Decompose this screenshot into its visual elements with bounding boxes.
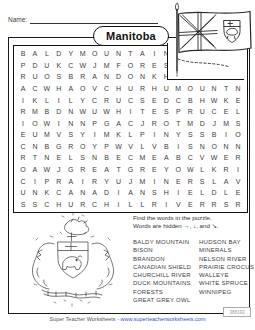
grid-cell: I (148, 48, 160, 60)
grid-cell: O (77, 141, 89, 153)
grid-cell: A (29, 48, 41, 60)
grid-cell: I (148, 129, 160, 141)
grid-cell: R (148, 198, 160, 210)
grid-cell: S (148, 187, 160, 199)
grid-cell: N (65, 117, 77, 129)
grid-cell: C (29, 83, 41, 95)
grid-cell: G (53, 141, 65, 153)
grid-cell: N (136, 187, 148, 199)
grid-cell: N (77, 117, 89, 129)
grid-cell: N (232, 83, 244, 95)
grid-cell: V (125, 141, 137, 153)
grid-cell: E (184, 198, 196, 210)
grid-cell: N (29, 141, 41, 153)
grid-cell: N (160, 129, 172, 141)
grid-cell: C (41, 198, 53, 210)
grid-cell: I (17, 117, 29, 129)
grid-cell: W (101, 106, 113, 118)
grid-cell: S (160, 106, 172, 118)
grid-cell: S (184, 129, 196, 141)
grid-cell: U (41, 60, 53, 72)
instructions-line2: Words are hidden →, ↓, and ↘. (133, 222, 247, 230)
grid-cell: O (184, 83, 196, 95)
grid-cell: N (113, 48, 125, 60)
grid-cell: E (17, 129, 29, 141)
grid-cell: U (29, 129, 41, 141)
grid-cell: R (232, 152, 244, 164)
grid-cell: O (89, 48, 101, 60)
grid-cell: K (113, 129, 125, 141)
grid-cell: I (113, 198, 125, 210)
grid-cell: K (29, 94, 41, 106)
grid-cell: S (232, 117, 244, 129)
grid-cell: N (232, 141, 244, 153)
grid-cell: I (220, 129, 232, 141)
grid-cell: L (65, 152, 77, 164)
grid-cell: R (53, 175, 65, 187)
grid-cell: T (136, 106, 148, 118)
grid-cell: P (136, 129, 148, 141)
grid-cell: A (29, 164, 41, 176)
word-list-item: DUCK MOUNTAINS (133, 279, 199, 287)
grid-cell: W (113, 141, 125, 153)
grid-cell: R (77, 71, 89, 83)
grid-cell: R (196, 198, 208, 210)
grid-cell: L (136, 198, 148, 210)
footer: Super Teacher Worksheets - www.superteac… (0, 316, 255, 322)
grid-cell: H (148, 83, 160, 95)
worksheet-page: Name: Manitoba BALDYMOUNTAINWQTEJBPDUKCW… (0, 0, 255, 330)
grid-cell: A (65, 187, 77, 199)
grid-cell: B (65, 71, 77, 83)
word-list-item: WHITE SPRUCE (199, 279, 247, 287)
word-list-item: CANADIAN SHIELD (133, 263, 199, 271)
grid-cell: A (65, 83, 77, 95)
grid-cell: L (125, 129, 137, 141)
grid-cell: R (77, 198, 89, 210)
grid-cell: V (196, 152, 208, 164)
grid-cell: R (232, 198, 244, 210)
grid-cell: C (53, 187, 65, 199)
grid-cell: H (53, 198, 65, 210)
grid-cell: O (232, 129, 244, 141)
grid-cell: W (184, 164, 196, 176)
grid-cell: W (77, 60, 89, 72)
grid-cell: O (125, 71, 137, 83)
grid-cell: D (196, 117, 208, 129)
grid-cell: M (101, 60, 113, 72)
grid-cell: L (125, 198, 137, 210)
grid-cell: L (208, 175, 220, 187)
grid-cell: E (232, 94, 244, 106)
grid-cell: T (220, 83, 232, 95)
grid-cell: T (172, 117, 184, 129)
grid-cell: R (65, 141, 77, 153)
grid-cell: I (148, 175, 160, 187)
grid-cell: D (208, 187, 220, 199)
grid-cell: I (53, 94, 65, 106)
grid-cell: I (160, 198, 172, 210)
grid-cell: D (53, 48, 65, 60)
grid-cell: F (113, 60, 125, 72)
grid-cell: O (77, 83, 89, 95)
grid-cell: N (220, 141, 232, 153)
grid-cell: E (89, 164, 101, 176)
grid-cell: I (113, 187, 125, 199)
grid-cell: I (77, 175, 89, 187)
grid-cell: N (29, 187, 41, 199)
grid-cell: S (184, 141, 196, 153)
grid-cell: R (184, 106, 196, 118)
grid-cell: K (41, 187, 53, 199)
grid-cell: R (136, 83, 148, 95)
grid-cell: P (172, 106, 184, 118)
grid-cell: N (136, 71, 148, 83)
grid-cell: M (172, 83, 184, 95)
grid-cell: V (172, 198, 184, 210)
grid-cell: D (101, 187, 113, 199)
grid-cell: T (29, 152, 41, 164)
grid-cell: D (53, 106, 65, 118)
grid-cell: R (220, 164, 232, 176)
name-input-line[interactable] (30, 14, 158, 24)
grid-cell: V (148, 141, 160, 153)
grid-cell: C (101, 83, 113, 95)
grid-cell: W (41, 83, 53, 95)
grid-cell: M (136, 152, 148, 164)
grid-cell: C (125, 117, 137, 129)
grid-cell: I (29, 175, 41, 187)
grid-cell: A (113, 117, 125, 129)
grid-cell: W (208, 152, 220, 164)
grid-cell: S (220, 198, 232, 210)
grid-cell: J (89, 60, 101, 72)
grid-cell: M (41, 129, 53, 141)
grid-cell: E (184, 187, 196, 199)
grid-cell: J (125, 175, 137, 187)
word-list-item: PRAIRIE CROCUS (199, 263, 247, 271)
grid-cell: I (89, 129, 101, 141)
grid-cell: H (101, 198, 113, 210)
sheet-id-badge: 388193 (223, 307, 251, 317)
grid-cell: U (113, 94, 125, 106)
grid-cell: N (89, 152, 101, 164)
grid-cell: W (208, 94, 220, 106)
word-list-item: HUDSON BAY (199, 238, 247, 246)
grid-cell: Y (101, 175, 113, 187)
word-list-item: BALDY MOUNTAIN (133, 238, 199, 246)
grid-cell: A (220, 175, 232, 187)
grid-cell: U (160, 83, 172, 95)
grid-cell: V (89, 83, 101, 95)
grid-cell: M (101, 129, 113, 141)
grid-cell: M (136, 175, 148, 187)
title-box: Manitoba (93, 26, 169, 46)
grid-cell: H (196, 94, 208, 106)
grid-cell: D (113, 71, 125, 83)
grid-cell: R (136, 60, 148, 72)
grid-cell: O (172, 164, 184, 176)
word-list-item: FORESTS (133, 288, 199, 296)
word-list-item: GREAT GREY OWL (133, 296, 199, 304)
grid-cell: E (148, 106, 160, 118)
grid-cell: B (172, 152, 184, 164)
grid-cell: Y (160, 164, 172, 176)
grid-cell: I (125, 106, 137, 118)
grid-cell: C (125, 152, 137, 164)
grid-cell: L (41, 48, 53, 60)
grid-cell: K (53, 60, 65, 72)
grid-cell: S (136, 94, 148, 106)
grid-cell: H (113, 83, 125, 95)
grid-cell: W (77, 106, 89, 118)
grid-cell: J (136, 117, 148, 129)
grid-cell: U (29, 71, 41, 83)
grid-cell: B (41, 106, 53, 118)
grid-cell: N (77, 187, 89, 199)
grid-cell: E (220, 152, 232, 164)
grid-cell: H (160, 187, 172, 199)
grid-cell: C (172, 94, 184, 106)
grid-cell: O (29, 117, 41, 129)
word-list-item: CHURCHILL RIVER (133, 271, 199, 279)
word-list-item: WALLEYE (199, 271, 247, 279)
grid-cell: O (160, 117, 172, 129)
instructions-line1: Find the words in the puzzle. (133, 214, 247, 222)
grid-cell: G (101, 117, 113, 129)
footer-brand: Super Teacher Worksheets - (49, 316, 120, 322)
grid-cell: N (196, 141, 208, 153)
grid-cell: A (125, 187, 137, 199)
grid-cell: D (160, 94, 172, 106)
grid-cell: V (232, 175, 244, 187)
grid-cell: Y (89, 141, 101, 153)
grid-cell: J (53, 164, 65, 176)
grid-cell: E (232, 187, 244, 199)
grid-cell: K (148, 71, 160, 83)
grid-cell: S (65, 129, 77, 141)
grid-cell: L (136, 141, 148, 153)
grid-cell: E (148, 152, 160, 164)
grid-cell: C (17, 141, 29, 153)
grid-cell: P (17, 60, 29, 72)
grid-cell: N (208, 83, 220, 95)
grid-cell: S (77, 152, 89, 164)
grid-cell: E (53, 152, 65, 164)
grid-cell: N (41, 152, 53, 164)
grid-cell: U (196, 83, 208, 95)
grid-cell: A (65, 175, 77, 187)
grid-cell: O (41, 71, 53, 83)
grid-cell: O (17, 164, 29, 176)
footer-url[interactable]: www.superteacherworksheets.com (121, 316, 206, 322)
grid-cell: N (101, 71, 113, 83)
grid-cell: R (89, 175, 101, 187)
grid-cell: U (101, 48, 113, 60)
grid-cell: P (89, 117, 101, 129)
grid-cell: B (208, 129, 220, 141)
grid-cell: C (89, 94, 101, 106)
grid-cell: L (196, 187, 208, 199)
grid-cell: L (41, 94, 53, 106)
grid-cell: R (17, 152, 29, 164)
grid-cell: E (220, 106, 232, 118)
grid-cell: E (148, 164, 160, 176)
grid-cell: G (125, 164, 137, 176)
grid-cell: T (125, 48, 137, 60)
grid-cell: I (172, 187, 184, 199)
grid-cell: W (41, 164, 53, 176)
grid-cell: R (184, 175, 196, 187)
grid-cell: R (136, 164, 148, 176)
word-list-item: BISON (133, 246, 199, 254)
grid-cell: W (41, 117, 53, 129)
grid-cell: E (172, 175, 184, 187)
word-list-col2: HUDSON BAYMINERALSNELSON RIVERPRAIRIE CR… (199, 238, 247, 304)
page-title: Manitoba (106, 30, 156, 42)
grid-cell: D (29, 60, 41, 72)
word-list-item: NELSON RIVER (199, 255, 247, 263)
grid-cell: A (89, 71, 101, 83)
grid-cell: R (148, 117, 160, 129)
sheet-id: 388193 (229, 310, 244, 315)
name-label: Name: (8, 16, 27, 23)
grid-cell: C (17, 175, 29, 187)
grid-cell: U (125, 83, 137, 95)
grid-cell: Y (77, 129, 89, 141)
grid-cell: O (208, 141, 220, 153)
grid-cell: U (17, 187, 29, 199)
grid-cell: M (29, 106, 41, 118)
grid-cell: E (113, 152, 125, 164)
grid-cell: S (17, 198, 29, 210)
grid-cell: E (148, 60, 160, 72)
grid-cell: S (53, 71, 65, 83)
grid-cell: K (208, 164, 220, 176)
grid-cell: R (208, 198, 220, 210)
grid-cell: A (101, 164, 113, 176)
grid-cell: J (208, 117, 220, 129)
grid-cell: I (172, 141, 184, 153)
manitoba-flag-icon (166, 2, 254, 78)
grid-cell: B (17, 48, 29, 60)
grid-cell: A (160, 152, 172, 164)
grid-cell: L (65, 94, 77, 106)
grid-cell: K (220, 94, 232, 106)
grid-cell: U (65, 198, 77, 210)
grid-cell: E (148, 94, 160, 106)
grid-cell: N (65, 106, 77, 118)
word-list-col1: BALDY MOUNTAINBISONBRANDONCANADIAN SHIEL… (133, 238, 199, 304)
word-list: BALDY MOUNTAINBISONBRANDONCANADIAN SHIEL… (133, 238, 247, 304)
grid-cell: M (184, 117, 196, 129)
grid-cell: G (65, 164, 77, 176)
instructions: Find the words in the puzzle. Words are … (133, 214, 247, 231)
grid-cell: B (101, 152, 113, 164)
manitoba-crest-icon (14, 210, 132, 312)
grid-cell: O (125, 60, 137, 72)
grid-cell: Y (65, 48, 77, 60)
grid-cell: T (113, 164, 125, 176)
grid-cell: C (65, 60, 77, 72)
grid-cell: L (220, 187, 232, 199)
grid-cell: U (89, 106, 101, 118)
grid-cell: P (101, 141, 113, 153)
grid-cell: R (77, 164, 89, 176)
grid-cell: A (136, 48, 148, 60)
grid-cell: R (101, 94, 113, 106)
grid-cell: V (53, 129, 65, 141)
grid-cell: A (17, 83, 29, 95)
grid-cell: R (17, 106, 29, 118)
grid-cell: C (208, 106, 220, 118)
grid-cell: M (220, 117, 232, 129)
grid-cell: A (89, 187, 101, 199)
grid-cell: C (125, 94, 137, 106)
grid-cell: M (77, 48, 89, 60)
grid-cell: C (184, 152, 196, 164)
grid-cell: B (184, 94, 196, 106)
grid-cell: H (53, 83, 65, 95)
grid-cell: Y (77, 94, 89, 106)
grid-cell: I (53, 117, 65, 129)
grid-cell: I (232, 164, 244, 176)
word-list-item: BRANDON (133, 255, 199, 263)
grid-cell: H (113, 106, 125, 118)
grid-cell: B (160, 141, 172, 153)
grid-cell: L (232, 106, 244, 118)
grid-cell: C (89, 198, 101, 210)
grid-cell: S (196, 175, 208, 187)
word-list-item: MINERALS (199, 246, 247, 254)
word-list-item: WINNIPEG (199, 288, 247, 296)
grid-cell: S (29, 198, 41, 210)
grid-cell: U (113, 175, 125, 187)
grid-cell: U (196, 106, 208, 118)
grid-cell: P (41, 175, 53, 187)
grid-cell: L (196, 164, 208, 176)
grid-cell: R (17, 71, 29, 83)
grid-cell: S (196, 129, 208, 141)
grid-cell: I (17, 94, 29, 106)
grid-cell: N (160, 175, 172, 187)
grid-cell: Y (172, 129, 184, 141)
grid-cell: B (41, 141, 53, 153)
